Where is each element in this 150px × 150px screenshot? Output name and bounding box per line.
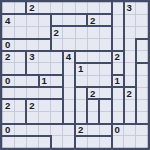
- cell-r12c7[interactable]: [75, 136, 87, 148]
- cell-r3c2[interactable]: [14, 26, 26, 38]
- cell-r8c2[interactable]: [14, 87, 26, 99]
- clue-r7c1: 0: [5, 75, 10, 86]
- cell-r10c6[interactable]: [63, 112, 75, 124]
- cell-r10c9[interactable]: [99, 112, 111, 124]
- cell-r1c6[interactable]: [63, 2, 75, 14]
- cell-r12c5[interactable]: [51, 136, 63, 148]
- clue-r1c3: 2: [29, 2, 34, 13]
- cell-r7c6[interactable]: [63, 75, 75, 87]
- cell-r2c7[interactable]: [75, 14, 87, 26]
- cell-r4c4[interactable]: [39, 39, 51, 51]
- clue-r2c1: 4: [5, 15, 11, 26]
- cell-r6c8[interactable]: [87, 63, 99, 75]
- clue-r5c10: 2: [114, 51, 119, 62]
- cell-r5c7[interactable]: [75, 51, 87, 63]
- cell-r8c9[interactable]: [99, 87, 111, 99]
- cell-r8c3[interactable]: [26, 87, 38, 99]
- cell-r8c5[interactable]: [51, 87, 63, 99]
- cell-r6c5[interactable]: [51, 63, 63, 75]
- cell-r2c5[interactable]: [51, 14, 63, 26]
- cell-r1c1[interactable]: [2, 2, 14, 14]
- cell-r6c4[interactable]: [39, 63, 51, 75]
- cell-r6c11[interactable]: [124, 63, 136, 75]
- cell-r12c6[interactable]: [63, 136, 75, 148]
- cell-r6c12[interactable]: [136, 63, 148, 75]
- cell-r10c8[interactable]: [87, 112, 99, 124]
- cell-r9c4[interactable]: [39, 99, 51, 111]
- cell-r10c5[interactable]: [51, 112, 63, 124]
- cell-r4c10[interactable]: [112, 39, 124, 51]
- cell-r10c12[interactable]: [136, 112, 148, 124]
- cell-r9c2[interactable]: [14, 99, 26, 111]
- cell-r10c2[interactable]: [14, 112, 26, 124]
- cell-r8c12[interactable]: [136, 87, 148, 99]
- cell-r6c3[interactable]: [26, 63, 38, 75]
- cell-r6c6[interactable]: [63, 63, 75, 75]
- cell-r8c4[interactable]: [39, 87, 51, 99]
- cell-r11c8[interactable]: [87, 124, 99, 136]
- cell-r12c10[interactable]: [112, 136, 124, 148]
- clue-r1c11: 3: [127, 2, 132, 13]
- cell-r7c7[interactable]: [75, 75, 87, 87]
- cell-r6c9[interactable]: [99, 63, 111, 75]
- cell-r8c6[interactable]: [63, 87, 75, 99]
- clue-r11c1: 0: [5, 124, 10, 135]
- cell-r12c11[interactable]: [124, 136, 136, 148]
- cell-r11c3[interactable]: [26, 124, 38, 136]
- clue-r4c1: 0: [5, 39, 10, 50]
- cell-r3c1[interactable]: [2, 26, 14, 38]
- aqre-board: 234220234210112222020: [0, 0, 150, 150]
- cell-r12c8[interactable]: [87, 136, 99, 148]
- cell-r1c2[interactable]: [14, 2, 26, 14]
- cell-r4c8[interactable]: [87, 39, 99, 51]
- cell-r4c5[interactable]: [51, 39, 63, 51]
- cell-r12c9[interactable]: [99, 136, 111, 148]
- cell-r4c9[interactable]: [99, 39, 111, 51]
- cell-r2c12[interactable]: [136, 14, 148, 26]
- cell-r9c10[interactable]: [112, 99, 124, 111]
- cell-r2c11[interactable]: [124, 14, 136, 26]
- cell-r7c2[interactable]: [14, 75, 26, 87]
- cell-r1c4[interactable]: [39, 2, 51, 14]
- cell-r5c4[interactable]: [39, 51, 51, 63]
- cell-r10c11[interactable]: [124, 112, 136, 124]
- cell-r5c11[interactable]: [124, 51, 136, 63]
- cell-r12c3[interactable]: [26, 136, 38, 148]
- cell-r12c1[interactable]: [2, 136, 14, 148]
- cell-r5c5[interactable]: [51, 51, 63, 63]
- cell-r5c8[interactable]: [87, 51, 99, 63]
- clue-r3c5: 2: [54, 27, 59, 38]
- clue-r11c10: 0: [114, 124, 119, 135]
- cell-r8c10[interactable]: [112, 87, 124, 99]
- clue-r6c7: 1: [78, 63, 84, 74]
- cell-r3c4[interactable]: [39, 26, 51, 38]
- cell-r11c12[interactable]: [136, 124, 148, 136]
- cell-r3c8[interactable]: [87, 26, 99, 38]
- cell-r9c5[interactable]: [51, 99, 63, 111]
- cell-r4c7[interactable]: [75, 39, 87, 51]
- cell-r5c9[interactable]: [99, 51, 111, 63]
- cell-r7c9[interactable]: [99, 75, 111, 87]
- cell-r12c12[interactable]: [136, 136, 148, 148]
- cell-r1c9[interactable]: [99, 2, 111, 14]
- cell-r6c10[interactable]: [112, 63, 124, 75]
- cell-r3c3[interactable]: [26, 26, 38, 38]
- clue-r9c1: 2: [5, 100, 10, 111]
- cell-r6c2[interactable]: [14, 63, 26, 75]
- cell-r7c12[interactable]: [136, 75, 148, 87]
- clue-r5c6: 4: [66, 51, 72, 62]
- cell-r9c8[interactable]: [87, 99, 99, 111]
- cell-r5c12[interactable]: [136, 51, 148, 63]
- cell-r2c3[interactable]: [26, 14, 38, 26]
- cell-r10c7[interactable]: [75, 112, 87, 124]
- cell-r11c4[interactable]: [39, 124, 51, 136]
- cell-r11c11[interactable]: [124, 124, 136, 136]
- cell-r2c6[interactable]: [63, 14, 75, 26]
- cell-r8c1[interactable]: [2, 87, 14, 99]
- cell-r6c1[interactable]: [2, 63, 14, 75]
- clue-r5c3: 3: [29, 51, 34, 62]
- board-svg[interactable]: 234220234210112222020: [0, 0, 150, 150]
- clue-r7c10: 1: [114, 75, 120, 86]
- cell-r4c11[interactable]: [124, 39, 136, 51]
- cell-r7c11[interactable]: [124, 75, 136, 87]
- clue-r2c8: 2: [90, 15, 95, 26]
- cell-r5c2[interactable]: [14, 51, 26, 63]
- cell-r11c9[interactable]: [99, 124, 111, 136]
- cell-r1c5[interactable]: [51, 2, 63, 14]
- cell-r3c9[interactable]: [99, 26, 111, 38]
- cell-r11c2[interactable]: [14, 124, 26, 136]
- cell-r4c3[interactable]: [26, 39, 38, 51]
- cell-r1c7[interactable]: [75, 2, 87, 14]
- cell-r11c5[interactable]: [51, 124, 63, 136]
- cell-r4c2[interactable]: [14, 39, 26, 51]
- cell-r9c12[interactable]: [136, 99, 148, 111]
- cell-r7c5[interactable]: [51, 75, 63, 87]
- cell-r11c6[interactable]: [63, 124, 75, 136]
- clue-r8c8: 2: [90, 88, 95, 99]
- cell-r12c4[interactable]: [39, 136, 51, 148]
- clue-r11c7: 2: [78, 124, 83, 135]
- cell-r1c12[interactable]: [136, 2, 148, 14]
- cell-r4c12[interactable]: [136, 39, 148, 51]
- cell-r10c10[interactable]: [112, 112, 124, 124]
- cell-r8c7[interactable]: [75, 87, 87, 99]
- cell-r7c3[interactable]: [26, 75, 38, 87]
- cell-r9c9[interactable]: [99, 99, 111, 111]
- cell-r9c11[interactable]: [124, 99, 136, 111]
- cell-r3c7[interactable]: [75, 26, 87, 38]
- cell-r3c11[interactable]: [124, 26, 136, 38]
- cell-r3c12[interactable]: [136, 26, 148, 38]
- cell-r3c6[interactable]: [63, 26, 75, 38]
- cell-r9c7[interactable]: [75, 99, 87, 111]
- cell-r3c10[interactable]: [112, 26, 124, 38]
- cell-r2c2[interactable]: [14, 14, 26, 26]
- cell-r2c10[interactable]: [112, 14, 124, 26]
- cell-r9c6[interactable]: [63, 99, 75, 111]
- cell-r4c6[interactable]: [63, 39, 75, 51]
- clue-r9c3: 2: [29, 100, 34, 111]
- clue-r8c11: 2: [127, 88, 132, 99]
- cell-r10c1[interactable]: [2, 112, 14, 124]
- cell-r12c2[interactable]: [14, 136, 26, 148]
- cell-r10c4[interactable]: [39, 112, 51, 124]
- cell-r7c8[interactable]: [87, 75, 99, 87]
- clue-r5c1: 2: [5, 51, 10, 62]
- cell-r10c3[interactable]: [26, 112, 38, 124]
- cell-r2c9[interactable]: [99, 14, 111, 26]
- clue-r7c4: 1: [41, 75, 47, 86]
- cell-r1c8[interactable]: [87, 2, 99, 14]
- cell-r1c10[interactable]: [112, 2, 124, 14]
- cell-r2c4[interactable]: [39, 14, 51, 26]
